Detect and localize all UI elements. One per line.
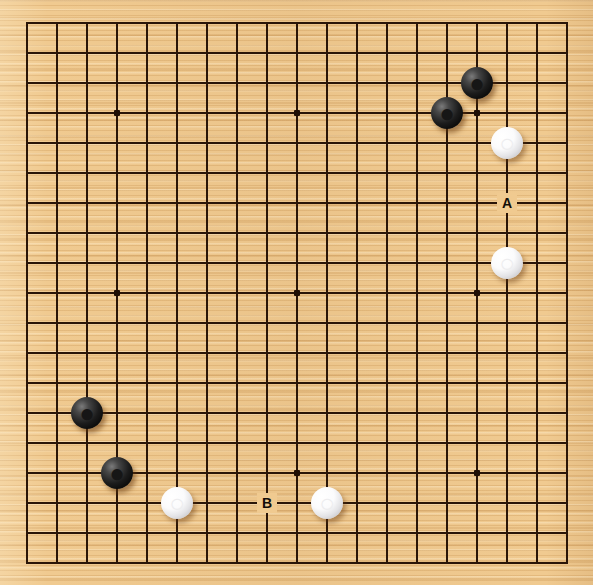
intersection-t16[interactable] <box>552 98 582 128</box>
intersection-k4[interactable] <box>282 458 312 488</box>
intersection-r17[interactable] <box>492 68 522 98</box>
intersection-q6[interactable] <box>462 398 492 428</box>
intersection-s19[interactable] <box>522 8 552 38</box>
intersection-c5[interactable] <box>72 428 102 458</box>
intersection-m11[interactable] <box>342 248 372 278</box>
intersection-h2[interactable] <box>222 518 252 548</box>
intersection-n17[interactable] <box>372 68 402 98</box>
intersection-p10[interactable] <box>432 278 462 308</box>
intersection-l8[interactable] <box>312 338 342 368</box>
intersection-t4[interactable] <box>552 458 582 488</box>
intersection-p7[interactable] <box>432 368 462 398</box>
intersection-p18[interactable] <box>432 38 462 68</box>
intersection-b1[interactable] <box>42 548 72 578</box>
intersection-h19[interactable] <box>222 8 252 38</box>
intersection-a10[interactable] <box>12 278 42 308</box>
intersection-d17[interactable] <box>102 68 132 98</box>
intersection-j5[interactable] <box>252 428 282 458</box>
intersection-c15[interactable] <box>72 128 102 158</box>
intersection-o7[interactable] <box>402 368 432 398</box>
intersection-f7[interactable] <box>162 368 192 398</box>
intersection-m10[interactable] <box>342 278 372 308</box>
intersection-c10[interactable] <box>72 278 102 308</box>
intersection-s11[interactable] <box>522 248 552 278</box>
intersection-h18[interactable] <box>222 38 252 68</box>
intersection-f4[interactable] <box>162 458 192 488</box>
intersection-k13[interactable] <box>282 188 312 218</box>
intersection-n10[interactable] <box>372 278 402 308</box>
intersection-c13[interactable] <box>72 188 102 218</box>
intersection-p3[interactable] <box>432 488 462 518</box>
intersection-n13[interactable] <box>372 188 402 218</box>
intersection-e8[interactable] <box>132 338 162 368</box>
intersection-n5[interactable] <box>372 428 402 458</box>
intersection-f11[interactable] <box>162 248 192 278</box>
intersection-h13[interactable] <box>222 188 252 218</box>
intersection-c9[interactable] <box>72 308 102 338</box>
intersection-c17[interactable] <box>72 68 102 98</box>
intersection-b15[interactable] <box>42 128 72 158</box>
intersection-h7[interactable] <box>222 368 252 398</box>
intersection-b13[interactable] <box>42 188 72 218</box>
intersection-s17[interactable] <box>522 68 552 98</box>
intersection-e6[interactable] <box>132 398 162 428</box>
intersection-o19[interactable] <box>402 8 432 38</box>
intersection-l1[interactable] <box>312 548 342 578</box>
intersection-m12[interactable] <box>342 218 372 248</box>
intersection-b2[interactable] <box>42 518 72 548</box>
intersection-m16[interactable] <box>342 98 372 128</box>
intersection-t9[interactable] <box>552 308 582 338</box>
intersection-g15[interactable] <box>192 128 222 158</box>
intersection-d2[interactable] <box>102 518 132 548</box>
intersection-g4[interactable] <box>192 458 222 488</box>
intersection-j14[interactable] <box>252 158 282 188</box>
intersection-d3[interactable] <box>102 488 132 518</box>
intersection-m19[interactable] <box>342 8 372 38</box>
intersection-c4[interactable] <box>72 458 102 488</box>
intersection-c2[interactable] <box>72 518 102 548</box>
intersection-n18[interactable] <box>372 38 402 68</box>
intersection-s6[interactable] <box>522 398 552 428</box>
intersection-e11[interactable] <box>132 248 162 278</box>
intersection-k6[interactable] <box>282 398 312 428</box>
intersection-o17[interactable] <box>402 68 432 98</box>
intersection-q4[interactable] <box>462 458 492 488</box>
intersection-b5[interactable] <box>42 428 72 458</box>
intersection-b3[interactable] <box>42 488 72 518</box>
intersection-q18[interactable] <box>462 38 492 68</box>
intersection-a2[interactable] <box>12 518 42 548</box>
intersection-e19[interactable] <box>132 8 162 38</box>
intersection-k9[interactable] <box>282 308 312 338</box>
intersection-f1[interactable] <box>162 548 192 578</box>
intersection-t13[interactable] <box>552 188 582 218</box>
intersection-k17[interactable] <box>282 68 312 98</box>
intersection-r7[interactable] <box>492 368 522 398</box>
intersection-f8[interactable] <box>162 338 192 368</box>
intersection-k18[interactable] <box>282 38 312 68</box>
intersection-r8[interactable] <box>492 338 522 368</box>
intersection-n6[interactable] <box>372 398 402 428</box>
intersection-g13[interactable] <box>192 188 222 218</box>
intersection-n8[interactable] <box>372 338 402 368</box>
intersection-a12[interactable] <box>12 218 42 248</box>
intersection-q8[interactable] <box>462 338 492 368</box>
intersection-g8[interactable] <box>192 338 222 368</box>
intersection-s15[interactable] <box>522 128 552 158</box>
intersection-k3[interactable] <box>282 488 312 518</box>
intersection-e4[interactable] <box>132 458 162 488</box>
intersection-g7[interactable] <box>192 368 222 398</box>
intersection-k1[interactable] <box>282 548 312 578</box>
intersection-k2[interactable] <box>282 518 312 548</box>
intersection-g19[interactable] <box>192 8 222 38</box>
intersection-f19[interactable] <box>162 8 192 38</box>
intersection-e1[interactable] <box>132 548 162 578</box>
intersection-t2[interactable] <box>552 518 582 548</box>
intersection-m5[interactable] <box>342 428 372 458</box>
intersection-b12[interactable] <box>42 218 72 248</box>
annotation-b[interactable]: B <box>257 493 277 513</box>
intersection-t15[interactable] <box>552 128 582 158</box>
intersection-t8[interactable] <box>552 338 582 368</box>
intersection-s14[interactable] <box>522 158 552 188</box>
intersection-j9[interactable] <box>252 308 282 338</box>
intersection-j11[interactable] <box>252 248 282 278</box>
intersection-s4[interactable] <box>522 458 552 488</box>
intersection-k11[interactable] <box>282 248 312 278</box>
intersection-p11[interactable] <box>432 248 462 278</box>
intersection-b9[interactable] <box>42 308 72 338</box>
intersection-h15[interactable] <box>222 128 252 158</box>
intersection-s2[interactable] <box>522 518 552 548</box>
intersection-o10[interactable] <box>402 278 432 308</box>
intersection-d5[interactable] <box>102 428 132 458</box>
intersection-d19[interactable] <box>102 8 132 38</box>
intersection-a4[interactable] <box>12 458 42 488</box>
intersection-g1[interactable] <box>192 548 222 578</box>
intersection-j12[interactable] <box>252 218 282 248</box>
intersection-c11[interactable] <box>72 248 102 278</box>
intersection-a17[interactable] <box>12 68 42 98</box>
intersection-a6[interactable] <box>12 398 42 428</box>
intersection-q2[interactable] <box>462 518 492 548</box>
intersection-n1[interactable] <box>372 548 402 578</box>
intersection-d8[interactable] <box>102 338 132 368</box>
intersection-c3[interactable] <box>72 488 102 518</box>
intersection-j3[interactable]: B <box>252 488 282 518</box>
intersection-s8[interactable] <box>522 338 552 368</box>
intersection-h10[interactable] <box>222 278 252 308</box>
intersection-c7[interactable] <box>72 368 102 398</box>
intersection-f14[interactable] <box>162 158 192 188</box>
intersection-q12[interactable] <box>462 218 492 248</box>
intersection-h16[interactable] <box>222 98 252 128</box>
intersection-c1[interactable] <box>72 548 102 578</box>
intersection-o3[interactable] <box>402 488 432 518</box>
intersection-l5[interactable] <box>312 428 342 458</box>
intersection-m14[interactable] <box>342 158 372 188</box>
intersection-r13[interactable]: A <box>492 188 522 218</box>
intersection-g17[interactable] <box>192 68 222 98</box>
intersection-l2[interactable] <box>312 518 342 548</box>
intersection-j19[interactable] <box>252 8 282 38</box>
intersection-a9[interactable] <box>12 308 42 338</box>
intersection-s13[interactable] <box>522 188 552 218</box>
intersection-j18[interactable] <box>252 38 282 68</box>
intersection-j13[interactable] <box>252 188 282 218</box>
intersection-c19[interactable] <box>72 8 102 38</box>
intersection-n14[interactable] <box>372 158 402 188</box>
intersection-o2[interactable] <box>402 518 432 548</box>
intersection-e12[interactable] <box>132 218 162 248</box>
intersection-d6[interactable] <box>102 398 132 428</box>
intersection-e14[interactable] <box>132 158 162 188</box>
intersection-n11[interactable] <box>372 248 402 278</box>
intersection-a13[interactable] <box>12 188 42 218</box>
intersection-p5[interactable] <box>432 428 462 458</box>
intersection-t14[interactable] <box>552 158 582 188</box>
intersection-p6[interactable] <box>432 398 462 428</box>
intersection-f3[interactable]: ○ <box>162 488 192 518</box>
intersection-h1[interactable] <box>222 548 252 578</box>
intersection-h11[interactable] <box>222 248 252 278</box>
intersection-e18[interactable] <box>132 38 162 68</box>
intersection-g18[interactable] <box>192 38 222 68</box>
intersection-f2[interactable] <box>162 518 192 548</box>
intersection-o12[interactable] <box>402 218 432 248</box>
intersection-d16[interactable] <box>102 98 132 128</box>
intersection-s9[interactable] <box>522 308 552 338</box>
intersection-a5[interactable] <box>12 428 42 458</box>
intersection-f18[interactable] <box>162 38 192 68</box>
intersection-o18[interactable] <box>402 38 432 68</box>
intersection-q17[interactable]: ● <box>462 68 492 98</box>
intersection-r3[interactable] <box>492 488 522 518</box>
intersection-n9[interactable] <box>372 308 402 338</box>
intersection-o9[interactable] <box>402 308 432 338</box>
intersection-b19[interactable] <box>42 8 72 38</box>
intersection-t7[interactable] <box>552 368 582 398</box>
intersection-b7[interactable] <box>42 368 72 398</box>
intersection-d11[interactable] <box>102 248 132 278</box>
intersection-e17[interactable] <box>132 68 162 98</box>
intersection-s12[interactable] <box>522 218 552 248</box>
intersection-l4[interactable] <box>312 458 342 488</box>
intersection-b17[interactable] <box>42 68 72 98</box>
intersection-c14[interactable] <box>72 158 102 188</box>
intersection-l3[interactable]: ○ <box>312 488 342 518</box>
intersection-p12[interactable] <box>432 218 462 248</box>
intersection-j10[interactable] <box>252 278 282 308</box>
intersection-g3[interactable] <box>192 488 222 518</box>
intersection-f5[interactable] <box>162 428 192 458</box>
intersection-s5[interactable] <box>522 428 552 458</box>
intersection-r14[interactable] <box>492 158 522 188</box>
intersection-r18[interactable] <box>492 38 522 68</box>
intersection-l14[interactable] <box>312 158 342 188</box>
intersection-k16[interactable] <box>282 98 312 128</box>
intersection-g12[interactable] <box>192 218 222 248</box>
intersection-l6[interactable] <box>312 398 342 428</box>
intersection-t19[interactable] <box>552 8 582 38</box>
intersection-h14[interactable] <box>222 158 252 188</box>
intersection-a11[interactable] <box>12 248 42 278</box>
intersection-b10[interactable] <box>42 278 72 308</box>
intersection-t6[interactable] <box>552 398 582 428</box>
intersection-r12[interactable] <box>492 218 522 248</box>
intersection-g9[interactable] <box>192 308 222 338</box>
intersection-t10[interactable] <box>552 278 582 308</box>
intersection-m1[interactable] <box>342 548 372 578</box>
intersection-o11[interactable] <box>402 248 432 278</box>
intersection-r6[interactable] <box>492 398 522 428</box>
intersection-j15[interactable] <box>252 128 282 158</box>
intersection-l19[interactable] <box>312 8 342 38</box>
intersection-l7[interactable] <box>312 368 342 398</box>
intersection-r2[interactable] <box>492 518 522 548</box>
intersection-l11[interactable] <box>312 248 342 278</box>
intersection-q14[interactable] <box>462 158 492 188</box>
intersection-t5[interactable] <box>552 428 582 458</box>
intersection-n15[interactable] <box>372 128 402 158</box>
intersection-r5[interactable] <box>492 428 522 458</box>
intersection-d7[interactable] <box>102 368 132 398</box>
intersection-d15[interactable] <box>102 128 132 158</box>
intersection-q15[interactable] <box>462 128 492 158</box>
intersection-p1[interactable] <box>432 548 462 578</box>
intersection-k15[interactable] <box>282 128 312 158</box>
intersection-d18[interactable] <box>102 38 132 68</box>
intersection-r1[interactable] <box>492 548 522 578</box>
intersection-a15[interactable] <box>12 128 42 158</box>
intersection-t3[interactable] <box>552 488 582 518</box>
intersection-d10[interactable] <box>102 278 132 308</box>
intersection-s7[interactable] <box>522 368 552 398</box>
intersection-l12[interactable] <box>312 218 342 248</box>
intersection-q7[interactable] <box>462 368 492 398</box>
intersection-g2[interactable] <box>192 518 222 548</box>
intersection-f15[interactable] <box>162 128 192 158</box>
intersection-e13[interactable] <box>132 188 162 218</box>
intersection-s10[interactable] <box>522 278 552 308</box>
intersection-l18[interactable] <box>312 38 342 68</box>
intersection-p9[interactable] <box>432 308 462 338</box>
intersection-b16[interactable] <box>42 98 72 128</box>
intersection-o8[interactable] <box>402 338 432 368</box>
intersection-p15[interactable] <box>432 128 462 158</box>
intersection-m8[interactable] <box>342 338 372 368</box>
intersection-e2[interactable] <box>132 518 162 548</box>
intersection-f16[interactable] <box>162 98 192 128</box>
intersection-f17[interactable] <box>162 68 192 98</box>
intersection-j6[interactable] <box>252 398 282 428</box>
intersection-m18[interactable] <box>342 38 372 68</box>
intersection-e3[interactable] <box>132 488 162 518</box>
intersection-l16[interactable] <box>312 98 342 128</box>
intersection-e7[interactable] <box>132 368 162 398</box>
intersection-c16[interactable] <box>72 98 102 128</box>
intersection-c18[interactable] <box>72 38 102 68</box>
intersection-a8[interactable] <box>12 338 42 368</box>
intersection-j17[interactable] <box>252 68 282 98</box>
intersection-k5[interactable] <box>282 428 312 458</box>
intersection-g11[interactable] <box>192 248 222 278</box>
intersection-b14[interactable] <box>42 158 72 188</box>
intersection-p4[interactable] <box>432 458 462 488</box>
intersection-a18[interactable] <box>12 38 42 68</box>
intersection-n4[interactable] <box>372 458 402 488</box>
intersection-a19[interactable] <box>12 8 42 38</box>
intersection-r15[interactable]: ○ <box>492 128 522 158</box>
intersection-m17[interactable] <box>342 68 372 98</box>
intersection-t12[interactable] <box>552 218 582 248</box>
intersection-n16[interactable] <box>372 98 402 128</box>
intersection-n2[interactable] <box>372 518 402 548</box>
intersection-r10[interactable] <box>492 278 522 308</box>
intersection-q1[interactable] <box>462 548 492 578</box>
intersection-s3[interactable] <box>522 488 552 518</box>
intersection-h6[interactable] <box>222 398 252 428</box>
intersection-t18[interactable] <box>552 38 582 68</box>
intersection-p17[interactable] <box>432 68 462 98</box>
intersection-o4[interactable] <box>402 458 432 488</box>
intersection-f13[interactable] <box>162 188 192 218</box>
intersection-b18[interactable] <box>42 38 72 68</box>
intersection-k7[interactable] <box>282 368 312 398</box>
intersection-h5[interactable] <box>222 428 252 458</box>
intersection-m15[interactable] <box>342 128 372 158</box>
intersection-h12[interactable] <box>222 218 252 248</box>
intersection-g14[interactable] <box>192 158 222 188</box>
intersection-r4[interactable] <box>492 458 522 488</box>
intersection-p19[interactable] <box>432 8 462 38</box>
intersection-l9[interactable] <box>312 308 342 338</box>
intersection-m3[interactable] <box>342 488 372 518</box>
intersection-k8[interactable] <box>282 338 312 368</box>
intersection-t11[interactable] <box>552 248 582 278</box>
intersection-e9[interactable] <box>132 308 162 338</box>
intersection-r9[interactable] <box>492 308 522 338</box>
intersection-g16[interactable] <box>192 98 222 128</box>
intersection-j16[interactable] <box>252 98 282 128</box>
intersection-k10[interactable] <box>282 278 312 308</box>
intersection-g6[interactable] <box>192 398 222 428</box>
intersection-j2[interactable] <box>252 518 282 548</box>
intersection-p2[interactable] <box>432 518 462 548</box>
intersection-t17[interactable] <box>552 68 582 98</box>
intersection-q11[interactable] <box>462 248 492 278</box>
intersection-h8[interactable] <box>222 338 252 368</box>
intersection-h17[interactable] <box>222 68 252 98</box>
intersection-m2[interactable] <box>342 518 372 548</box>
intersection-b8[interactable] <box>42 338 72 368</box>
intersection-a3[interactable] <box>12 488 42 518</box>
intersection-q16[interactable] <box>462 98 492 128</box>
intersection-n7[interactable] <box>372 368 402 398</box>
intersection-h3[interactable] <box>222 488 252 518</box>
intersection-d13[interactable] <box>102 188 132 218</box>
intersection-e10[interactable] <box>132 278 162 308</box>
intersection-a1[interactable] <box>12 548 42 578</box>
intersection-j1[interactable] <box>252 548 282 578</box>
intersection-l15[interactable] <box>312 128 342 158</box>
intersection-k12[interactable] <box>282 218 312 248</box>
intersection-c12[interactable] <box>72 218 102 248</box>
intersection-s1[interactable] <box>522 548 552 578</box>
intersection-j8[interactable] <box>252 338 282 368</box>
